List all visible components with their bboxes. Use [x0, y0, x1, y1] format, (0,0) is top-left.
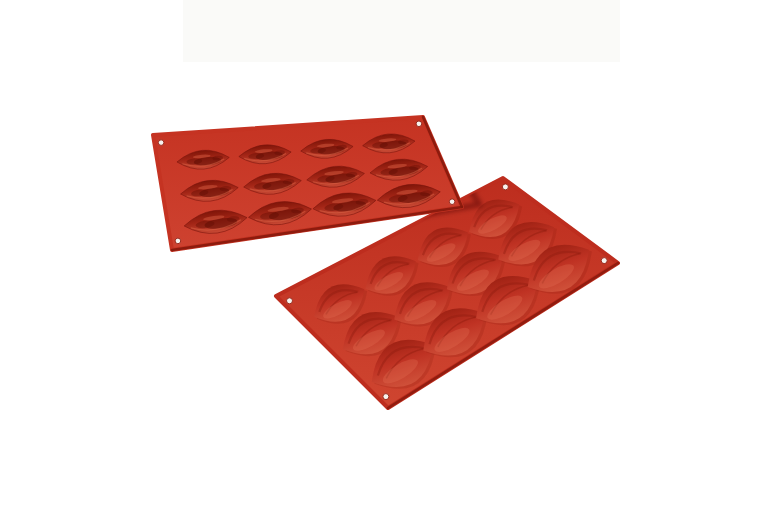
hanging-hole — [287, 298, 293, 304]
hanging-hole — [158, 140, 164, 146]
product-photo-svg — [0, 0, 764, 520]
hanging-hole — [502, 184, 508, 190]
background-sheen — [183, 0, 620, 62]
hanging-hole — [383, 394, 389, 400]
hanging-hole — [601, 258, 607, 264]
hanging-hole — [175, 238, 181, 244]
hanging-hole — [449, 199, 455, 205]
product-photo — [0, 0, 764, 520]
hanging-hole — [416, 121, 422, 127]
